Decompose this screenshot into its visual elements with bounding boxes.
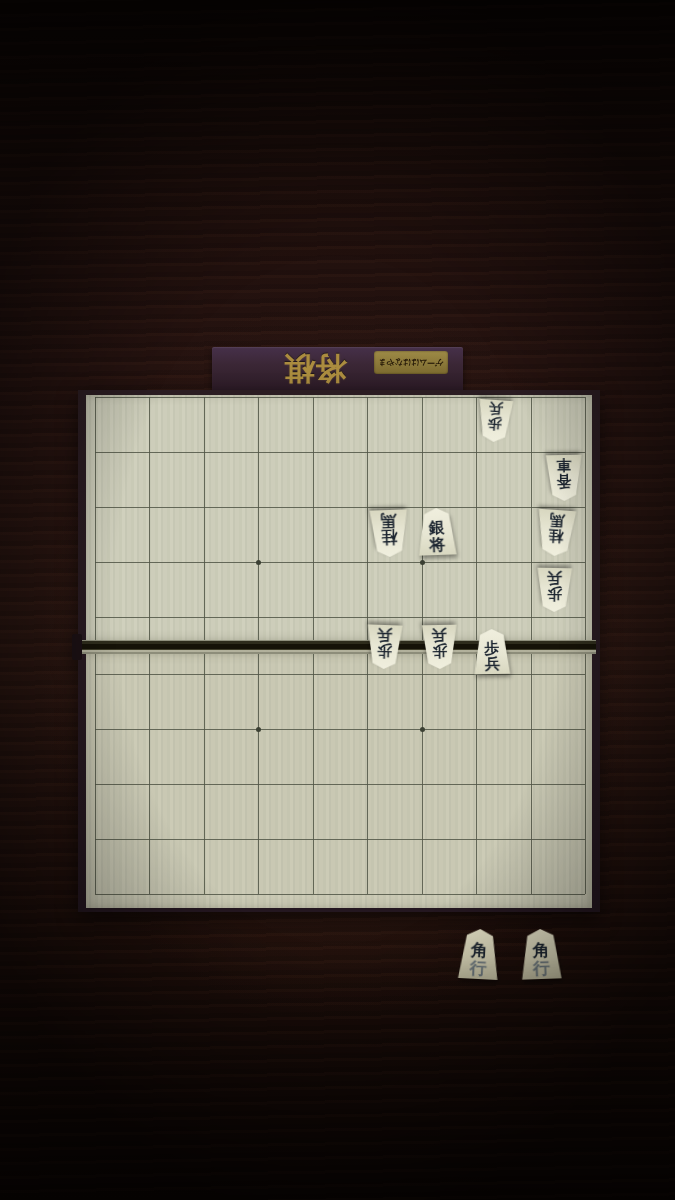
piece-kanji: 行 — [533, 959, 551, 977]
piece-kanji: 兵 — [431, 627, 446, 643]
shogi-piece-knight-gote-1c[interactable]: 桂馬 — [534, 509, 577, 558]
grid-line — [95, 894, 585, 895]
piece-kanji: 兵 — [488, 402, 503, 417]
piece-kanji: 歩 — [487, 416, 502, 431]
grid-line — [204, 397, 205, 640]
grid-line — [585, 654, 586, 894]
shogi-piece-pawn-gote-3e[interactable]: 歩兵 — [420, 625, 458, 670]
piece-kanji: 将 — [429, 536, 446, 553]
grid-line — [95, 617, 585, 618]
shogi-box-spine: 将棋 ゲームははなやま — [212, 347, 463, 393]
star-point — [256, 560, 261, 565]
box-maker-tag: ゲームははなやま — [374, 351, 448, 374]
grid-line — [422, 654, 423, 894]
shogi-board — [78, 390, 600, 912]
grid-line — [204, 654, 205, 894]
grid-line — [531, 397, 532, 640]
grid-line — [313, 654, 314, 894]
shogi-piece-lance-gote-1b[interactable]: 香車 — [545, 455, 584, 502]
piece-kanji: 兵 — [547, 570, 562, 586]
star-point — [420, 560, 425, 565]
grid-line — [258, 397, 259, 640]
box-title-text: 将棋 — [224, 349, 346, 387]
grid-line — [95, 654, 96, 894]
grid-line — [95, 562, 585, 563]
grid-line — [585, 397, 586, 640]
grid-line — [476, 654, 477, 894]
star-point — [256, 727, 261, 732]
board-fold-seam — [82, 640, 596, 654]
grid-line — [367, 654, 368, 894]
grid-line — [95, 397, 585, 398]
piece-kanji: 兵 — [485, 656, 500, 672]
grid-line — [95, 397, 96, 640]
shogi-piece-silver-sente-3c[interactable]: 銀将 — [416, 507, 458, 555]
grid-line — [258, 654, 259, 894]
piece-kanji: 兵 — [377, 627, 393, 643]
piece-kanji: 歩 — [431, 642, 446, 658]
piece-kanji: 行 — [469, 959, 487, 977]
piece-kanji: 歩 — [546, 585, 561, 601]
grid-line — [95, 452, 585, 453]
board-top-half — [86, 395, 592, 640]
board-bottom-half — [86, 654, 592, 908]
grid-line — [95, 507, 585, 508]
board-hinge — [72, 634, 82, 660]
shogi-piece-bishop-sente[interactable]: 角行 — [457, 928, 502, 980]
grid-line — [531, 654, 532, 894]
piece-kanji: 車 — [556, 457, 571, 473]
shogi-piece-pawn-gote-4e[interactable]: 歩兵 — [365, 624, 404, 669]
shogi-piece-pawn-sente-2e[interactable]: 歩兵 — [473, 628, 512, 674]
piece-kanji: 香 — [556, 472, 571, 488]
grid-line — [95, 839, 585, 840]
shogi-piece-pawn-gote-2a[interactable]: 歩兵 — [476, 399, 515, 443]
shogi-piece-knight-gote-4c[interactable]: 桂馬 — [368, 509, 410, 557]
piece-kanji: 馬 — [380, 511, 397, 528]
grid-line — [149, 654, 150, 894]
grid-line — [95, 674, 585, 675]
grid-line — [95, 729, 585, 730]
box-maker-tag-text: ゲームははなやま — [378, 357, 443, 368]
shogi-piece-bishop-sente[interactable]: 角行 — [519, 928, 563, 979]
star-point — [420, 727, 425, 732]
piece-kanji: 馬 — [549, 512, 565, 528]
piece-kanji: 歩 — [376, 642, 392, 658]
grid-line — [95, 784, 585, 785]
shogi-piece-pawn-gote-1d[interactable]: 歩兵 — [535, 568, 573, 613]
grid-line — [313, 397, 314, 640]
grid-line — [149, 397, 150, 640]
table-surface: 将棋 ゲームははなやま 歩兵香車桂馬桂馬銀将歩兵歩兵歩兵歩兵角行角行 — [0, 0, 675, 1200]
